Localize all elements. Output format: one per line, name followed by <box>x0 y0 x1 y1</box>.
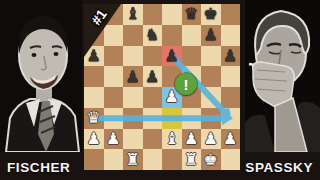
chess-board: ♝♛♚♞♟♟♟♟♟♟♟♛♟♟♝♟♟♟♜♜♚ ! #1 <box>84 4 240 170</box>
square-e1[interactable] <box>162 149 182 170</box>
video-thumbnail: ♝♛♚♞♟♟♟♟♟♟♟♛♟♟♝♟♟♟♜♜♚ ! #1 FISCHER SPASS… <box>0 0 320 180</box>
piece-white-pawn-a2[interactable]: ♟ <box>84 129 104 150</box>
piece-black-queen-f8[interactable]: ♛ <box>182 4 202 25</box>
piece-white-bishop-e2[interactable]: ♝ <box>162 129 182 150</box>
player-name-spassky: SPASSKY <box>245 160 313 175</box>
square-h8[interactable] <box>221 4 241 25</box>
piece-black-pawn-g7[interactable]: ♟ <box>201 25 221 46</box>
piece-white-pawn-g2[interactable]: ♟ <box>201 129 221 150</box>
piece-black-knight-d7[interactable]: ♞ <box>143 25 163 46</box>
square-e7[interactable] <box>162 25 182 46</box>
square-c2[interactable] <box>123 129 143 150</box>
square-d2[interactable] <box>143 129 163 150</box>
piece-black-pawn-c5[interactable]: ♟ <box>123 66 143 87</box>
square-b4[interactable] <box>104 87 124 108</box>
piece-white-king-g1[interactable]: ♚ <box>201 149 221 170</box>
square-h1[interactable] <box>221 149 241 170</box>
piece-white-rook-f1[interactable]: ♜ <box>182 149 202 170</box>
piece-black-king-g8[interactable]: ♚ <box>201 4 221 25</box>
square-g4[interactable] <box>201 87 221 108</box>
piece-black-pawn-e6[interactable]: ♟ <box>162 46 182 67</box>
square-f3[interactable] <box>182 108 202 129</box>
square-h5[interactable] <box>221 66 241 87</box>
square-e3[interactable] <box>162 108 182 129</box>
piece-white-queen-a3[interactable]: ♛ <box>84 108 104 129</box>
square-d4[interactable] <box>143 87 163 108</box>
square-c4[interactable] <box>123 87 143 108</box>
square-b1[interactable] <box>104 149 124 170</box>
square-b3[interactable] <box>104 108 124 129</box>
brilliant-move-badge: ! <box>175 73 197 95</box>
player-name-fischer: FISCHER <box>7 160 70 175</box>
piece-black-pawn-h6[interactable]: ♟ <box>221 46 241 67</box>
brilliant-move-mark: ! <box>184 76 189 93</box>
square-a5[interactable] <box>84 66 104 87</box>
piece-black-pawn-d5[interactable]: ♟ <box>143 66 163 87</box>
square-g6[interactable] <box>201 46 221 67</box>
square-d8[interactable] <box>143 4 163 25</box>
square-d1[interactable] <box>143 149 163 170</box>
square-e8[interactable] <box>162 4 182 25</box>
spassky-photo <box>245 0 320 152</box>
square-g5[interactable] <box>201 66 221 87</box>
fischer-portrait-art <box>0 0 82 152</box>
piece-white-pawn-f2[interactable]: ♟ <box>182 129 202 150</box>
square-h4[interactable] <box>221 87 241 108</box>
square-d6[interactable] <box>143 46 163 67</box>
square-a1[interactable] <box>84 149 104 170</box>
piece-white-pawn-h2[interactable]: ♟ <box>221 129 241 150</box>
square-c3[interactable] <box>123 108 143 129</box>
square-f6[interactable] <box>182 46 202 67</box>
fischer-photo <box>0 0 82 152</box>
piece-white-pawn-b2[interactable]: ♟ <box>104 129 124 150</box>
square-h3[interactable] <box>221 108 241 129</box>
piece-white-rook-c1[interactable]: ♜ <box>123 149 143 170</box>
square-b5[interactable] <box>104 66 124 87</box>
square-f7[interactable] <box>182 25 202 46</box>
episode-badge: #1 <box>84 4 132 64</box>
spassky-portrait-art <box>245 0 320 152</box>
square-d3[interactable] <box>143 108 163 129</box>
square-a4[interactable] <box>84 87 104 108</box>
square-h7[interactable] <box>221 25 241 46</box>
square-g3[interactable] <box>201 108 221 129</box>
